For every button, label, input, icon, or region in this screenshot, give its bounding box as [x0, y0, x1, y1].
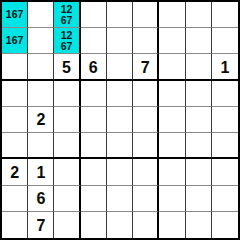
cell-r6c4[interactable]	[107, 159, 133, 185]
cell-r6c0[interactable]: 2	[2, 159, 28, 185]
candidate-marks: 1267	[61, 30, 73, 52]
cell-r4c5[interactable]	[133, 107, 159, 133]
given-digit: 5	[62, 60, 71, 76]
candidate-line: 12	[61, 4, 73, 15]
cell-r4c1[interactable]: 2	[28, 107, 54, 133]
cell-r0c7[interactable]	[186, 2, 212, 28]
cell-r7c8[interactable]	[212, 186, 238, 212]
cell-r0c1[interactable]	[28, 2, 54, 28]
cell-r1c3[interactable]	[81, 28, 107, 54]
cell-r0c8[interactable]	[212, 2, 238, 28]
cell-r0c6[interactable]	[159, 2, 185, 28]
cell-r1c5[interactable]	[133, 28, 159, 54]
cell-r5c7[interactable]	[186, 133, 212, 159]
candidate-marks: 1267	[61, 4, 73, 26]
cell-r7c6[interactable]	[159, 186, 185, 212]
cell-r3c7[interactable]	[186, 81, 212, 107]
cell-r1c8[interactable]	[212, 28, 238, 54]
cell-r7c2[interactable]	[54, 186, 80, 212]
cell-r6c5[interactable]	[133, 159, 159, 185]
cell-r8c1[interactable]: 7	[28, 212, 54, 238]
given-digit: 2	[10, 165, 19, 181]
cell-r0c4[interactable]	[107, 2, 133, 28]
cell-r5c5[interactable]	[133, 133, 159, 159]
cell-r8c7[interactable]	[186, 212, 212, 238]
sudoku-board: 16712671671267567122167	[0, 0, 240, 240]
cell-r2c1[interactable]	[28, 54, 54, 80]
cell-r4c3[interactable]	[81, 107, 107, 133]
candidate-line: 67	[61, 15, 73, 26]
cell-r3c0[interactable]	[2, 81, 28, 107]
cell-r6c3[interactable]	[81, 159, 107, 185]
cell-r6c1[interactable]: 1	[28, 159, 54, 185]
given-digit: 2	[36, 112, 45, 128]
cell-r6c2[interactable]	[54, 159, 80, 185]
cell-r8c3[interactable]	[81, 212, 107, 238]
cell-r0c0[interactable]: 167	[2, 2, 28, 28]
candidate-line: 167	[6, 35, 24, 46]
candidate-line: 67	[61, 41, 73, 52]
cell-r6c6[interactable]	[159, 159, 185, 185]
cell-r0c5[interactable]	[133, 2, 159, 28]
cell-r1c4[interactable]	[107, 28, 133, 54]
cell-r8c8[interactable]	[212, 212, 238, 238]
cell-r5c8[interactable]	[212, 133, 238, 159]
cell-r6c7[interactable]	[186, 159, 212, 185]
cell-r4c2[interactable]	[54, 107, 80, 133]
cell-r7c1[interactable]: 6	[28, 186, 54, 212]
cell-r3c2[interactable]	[54, 81, 80, 107]
cell-r7c4[interactable]	[107, 186, 133, 212]
cell-r8c6[interactable]	[159, 212, 185, 238]
candidate-line: 167	[6, 9, 24, 20]
cell-r4c4[interactable]	[107, 107, 133, 133]
cell-r5c6[interactable]	[159, 133, 185, 159]
cell-r2c0[interactable]	[2, 54, 28, 80]
cell-r2c8[interactable]: 1	[212, 54, 238, 80]
cell-r3c5[interactable]	[133, 81, 159, 107]
cell-r4c7[interactable]	[186, 107, 212, 133]
given-digit: 1	[36, 165, 45, 181]
cell-r1c2[interactable]: 1267	[54, 28, 80, 54]
cell-r2c3[interactable]: 6	[81, 54, 107, 80]
cell-r3c4[interactable]	[107, 81, 133, 107]
cell-r4c8[interactable]	[212, 107, 238, 133]
cell-r1c1[interactable]	[28, 28, 54, 54]
cell-r8c5[interactable]	[133, 212, 159, 238]
cell-r2c6[interactable]	[159, 54, 185, 80]
cell-r3c6[interactable]	[159, 81, 185, 107]
cell-r1c6[interactable]	[159, 28, 185, 54]
given-digit: 7	[36, 218, 45, 234]
cell-r3c3[interactable]	[81, 81, 107, 107]
cell-r2c7[interactable]	[186, 54, 212, 80]
given-digit: 1	[220, 60, 229, 76]
cell-r8c0[interactable]	[2, 212, 28, 238]
cell-r7c3[interactable]	[81, 186, 107, 212]
cell-r4c6[interactable]	[159, 107, 185, 133]
cell-r8c4[interactable]	[107, 212, 133, 238]
cell-r3c1[interactable]	[28, 81, 54, 107]
given-digit: 6	[36, 191, 45, 207]
cell-r2c4[interactable]	[107, 54, 133, 80]
cell-r3c8[interactable]	[212, 81, 238, 107]
candidate-marks: 167	[6, 35, 24, 46]
cell-r1c7[interactable]	[186, 28, 212, 54]
cell-r6c8[interactable]	[212, 159, 238, 185]
cell-r7c7[interactable]	[186, 186, 212, 212]
cell-r5c4[interactable]	[107, 133, 133, 159]
cell-r8c2[interactable]	[54, 212, 80, 238]
given-digit: 7	[141, 60, 150, 76]
given-digit: 6	[89, 60, 98, 76]
cell-r1c0[interactable]: 167	[2, 28, 28, 54]
cell-r5c1[interactable]	[28, 133, 54, 159]
cell-r5c3[interactable]	[81, 133, 107, 159]
cell-r7c5[interactable]	[133, 186, 159, 212]
cell-r0c2[interactable]: 1267	[54, 2, 80, 28]
cell-r0c3[interactable]	[81, 2, 107, 28]
cell-r5c2[interactable]	[54, 133, 80, 159]
cell-r2c5[interactable]: 7	[133, 54, 159, 80]
cell-r7c0[interactable]	[2, 186, 28, 212]
candidate-marks: 167	[6, 9, 24, 20]
cell-r2c2[interactable]: 5	[54, 54, 80, 80]
cell-r4c0[interactable]	[2, 107, 28, 133]
cell-r5c0[interactable]	[2, 133, 28, 159]
